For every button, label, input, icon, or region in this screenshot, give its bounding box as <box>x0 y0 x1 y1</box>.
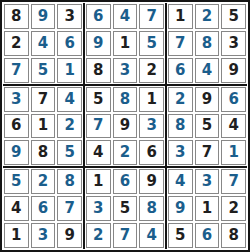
cell-r1c8[interactable]: 2 <box>195 4 220 29</box>
cell-r2c8[interactable]: 8 <box>195 31 220 56</box>
cell-r4c7[interactable]: 2 <box>168 87 193 112</box>
cell-r9c6[interactable]: 4 <box>139 223 164 248</box>
cell-r8c2[interactable]: 6 <box>31 196 56 221</box>
sudoku-box-9: 437912568 <box>167 168 247 249</box>
cell-r8c7[interactable]: 9 <box>168 196 193 221</box>
cell-r8c3[interactable]: 7 <box>57 196 82 221</box>
cell-r6c1[interactable]: 9 <box>4 140 29 165</box>
cell-r8c8[interactable]: 1 <box>195 196 220 221</box>
cell-r3c8[interactable]: 4 <box>195 58 220 83</box>
cell-r4c3[interactable]: 4 <box>57 87 82 112</box>
cell-r4c1[interactable]: 3 <box>4 87 29 112</box>
cell-r2c4[interactable]: 9 <box>86 31 111 56</box>
cell-r3c5[interactable]: 3 <box>113 58 138 83</box>
sudoku-board-grid: 8932467516479158321257836493746129855817… <box>3 3 247 249</box>
sudoku-board: 8932467516479158321257836493746129855817… <box>0 0 250 252</box>
cell-r9c2[interactable]: 3 <box>31 223 56 248</box>
cell-r5c8[interactable]: 5 <box>195 114 220 139</box>
cell-r5c2[interactable]: 1 <box>31 114 56 139</box>
cell-r1c4[interactable]: 6 <box>86 4 111 29</box>
sudoku-box-5: 581793426 <box>85 86 165 167</box>
cell-r6c7[interactable]: 3 <box>168 140 193 165</box>
sudoku-box-6: 296854371 <box>167 86 247 167</box>
cell-r3c3[interactable]: 1 <box>57 58 82 83</box>
cell-r1c1[interactable]: 8 <box>4 4 29 29</box>
cell-r9c4[interactable]: 2 <box>86 223 111 248</box>
cell-r4c8[interactable]: 9 <box>195 87 220 112</box>
sudoku-box-8: 169358274 <box>85 168 165 249</box>
cell-r8c9[interactable]: 2 <box>221 196 246 221</box>
cell-r9c5[interactable]: 7 <box>113 223 138 248</box>
cell-r6c4[interactable]: 4 <box>86 140 111 165</box>
cell-r4c9[interactable]: 6 <box>221 87 246 112</box>
cell-r2c6[interactable]: 5 <box>139 31 164 56</box>
sudoku-box-4: 374612985 <box>3 86 83 167</box>
cell-r3c1[interactable]: 7 <box>4 58 29 83</box>
cell-r6c8[interactable]: 7 <box>195 140 220 165</box>
cell-r3c4[interactable]: 8 <box>86 58 111 83</box>
cell-r6c9[interactable]: 1 <box>221 140 246 165</box>
sudoku-box-2: 647915832 <box>85 3 165 84</box>
cell-r9c3[interactable]: 9 <box>57 223 82 248</box>
cell-r2c5[interactable]: 1 <box>113 31 138 56</box>
cell-r1c6[interactable]: 7 <box>139 4 164 29</box>
cell-r4c2[interactable]: 7 <box>31 87 56 112</box>
cell-r1c5[interactable]: 4 <box>113 4 138 29</box>
cell-r7c9[interactable]: 7 <box>221 169 246 194</box>
cell-r5c6[interactable]: 3 <box>139 114 164 139</box>
cell-r6c3[interactable]: 5 <box>57 140 82 165</box>
cell-r9c7[interactable]: 5 <box>168 223 193 248</box>
cell-r5c4[interactable]: 7 <box>86 114 111 139</box>
cell-r6c2[interactable]: 8 <box>31 140 56 165</box>
sudoku-box-7: 528467139 <box>3 168 83 249</box>
cell-r3c9[interactable]: 9 <box>221 58 246 83</box>
cell-r1c7[interactable]: 1 <box>168 4 193 29</box>
cell-r1c9[interactable]: 5 <box>221 4 246 29</box>
cell-r8c5[interactable]: 5 <box>113 196 138 221</box>
cell-r5c7[interactable]: 8 <box>168 114 193 139</box>
cell-r2c9[interactable]: 3 <box>221 31 246 56</box>
cell-r6c6[interactable]: 6 <box>139 140 164 165</box>
sudoku-box-3: 125783649 <box>167 3 247 84</box>
cell-r3c2[interactable]: 5 <box>31 58 56 83</box>
cell-r7c5[interactable]: 6 <box>113 169 138 194</box>
cell-r5c9[interactable]: 4 <box>221 114 246 139</box>
cell-r6c5[interactable]: 2 <box>113 140 138 165</box>
cell-r3c6[interactable]: 2 <box>139 58 164 83</box>
cell-r4c5[interactable]: 8 <box>113 87 138 112</box>
cell-r5c3[interactable]: 2 <box>57 114 82 139</box>
cell-r8c4[interactable]: 3 <box>86 196 111 221</box>
cell-r1c2[interactable]: 9 <box>31 4 56 29</box>
cell-r2c1[interactable]: 2 <box>4 31 29 56</box>
cell-r7c3[interactable]: 8 <box>57 169 82 194</box>
cell-r7c1[interactable]: 5 <box>4 169 29 194</box>
cell-r9c1[interactable]: 1 <box>4 223 29 248</box>
cell-r2c7[interactable]: 7 <box>168 31 193 56</box>
sudoku-box-1: 893246751 <box>3 3 83 84</box>
cell-r8c6[interactable]: 8 <box>139 196 164 221</box>
cell-r9c8[interactable]: 6 <box>195 223 220 248</box>
cell-r4c6[interactable]: 1 <box>139 87 164 112</box>
cell-r2c2[interactable]: 4 <box>31 31 56 56</box>
cell-r9c9[interactable]: 8 <box>221 223 246 248</box>
cell-r7c8[interactable]: 3 <box>195 169 220 194</box>
cell-r7c7[interactable]: 4 <box>168 169 193 194</box>
cell-r7c2[interactable]: 2 <box>31 169 56 194</box>
cell-r4c4[interactable]: 5 <box>86 87 111 112</box>
cell-r2c3[interactable]: 6 <box>57 31 82 56</box>
cell-r3c7[interactable]: 6 <box>168 58 193 83</box>
cell-r8c1[interactable]: 4 <box>4 196 29 221</box>
cell-r5c5[interactable]: 9 <box>113 114 138 139</box>
cell-r7c6[interactable]: 9 <box>139 169 164 194</box>
cell-r5c1[interactable]: 6 <box>4 114 29 139</box>
cell-r1c3[interactable]: 3 <box>57 4 82 29</box>
cell-r7c4[interactable]: 1 <box>86 169 111 194</box>
